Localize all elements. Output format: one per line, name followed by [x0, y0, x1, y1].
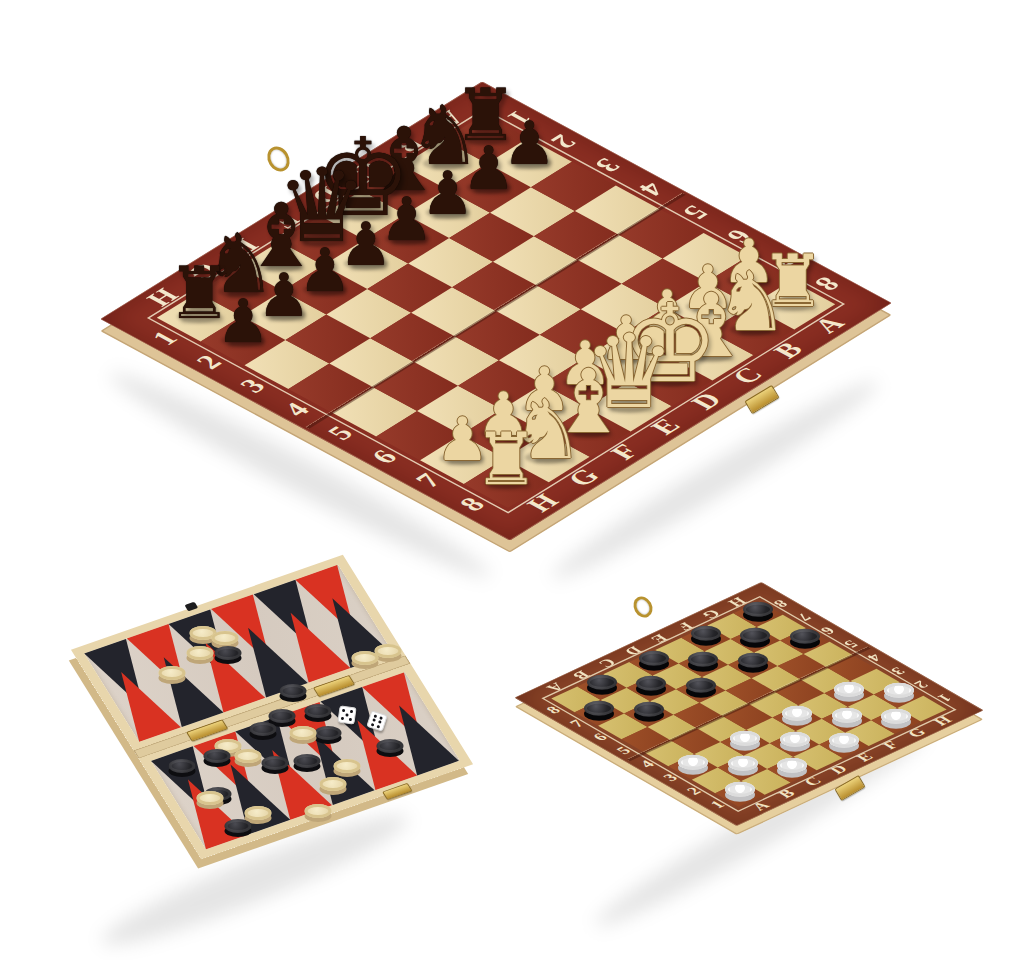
checker-top — [305, 704, 332, 718]
checker-top — [280, 684, 307, 698]
backgammon-checker-black — [305, 704, 332, 723]
checker-top — [294, 754, 321, 768]
checker-top — [738, 653, 768, 668]
die-pip — [341, 717, 344, 720]
backgammon-checker-cream — [235, 749, 262, 768]
checkers-man-white — [829, 733, 859, 754]
checker-top — [159, 666, 186, 680]
die-pip — [373, 714, 377, 718]
die-pip — [342, 709, 345, 712]
checker-top — [377, 739, 404, 753]
checker-top — [743, 602, 773, 617]
backgammon-checker-black — [169, 759, 196, 778]
checker-top — [262, 756, 289, 770]
backgammon-checker-black — [280, 684, 307, 703]
backgammon-checker-black — [215, 646, 242, 665]
backgammon-checker-cream — [290, 726, 317, 745]
checkers-man-white — [881, 709, 911, 730]
checker-top — [730, 730, 760, 745]
checkers-man-white — [777, 757, 807, 778]
checkers-man-black — [686, 678, 716, 699]
backgammon-checker-cream — [352, 651, 379, 670]
die-pip — [350, 710, 353, 713]
checkers-man-white — [730, 730, 760, 751]
die-pip — [349, 718, 352, 721]
checker-top — [250, 722, 277, 736]
checkers-man-black — [584, 701, 614, 722]
checkers-man-white — [728, 756, 758, 777]
checkers-man-black — [790, 629, 820, 650]
checker-top — [639, 651, 669, 666]
checker-top — [691, 626, 721, 641]
checker-top — [212, 631, 239, 645]
die-pip — [345, 713, 348, 716]
checkers-man-black — [587, 675, 617, 696]
product-photo-stage: HH11GG22FF33EE44DD55CC66BB77AA88♜♞♝♛♚♝♞♜… — [0, 0, 1024, 960]
die-pip — [377, 724, 381, 728]
checker-top — [584, 701, 614, 716]
backgammon-checker-black — [204, 749, 231, 768]
die-pip — [371, 722, 375, 726]
checker-top — [375, 644, 402, 658]
checker-top — [320, 777, 347, 791]
checker-top — [235, 749, 262, 763]
checker-top — [315, 726, 342, 740]
checker-top — [187, 646, 214, 660]
checker-top — [780, 732, 810, 747]
checker-top — [352, 651, 379, 665]
die-showing-5 — [337, 705, 356, 724]
checker-top — [634, 702, 664, 717]
checker-top — [782, 706, 812, 721]
checker-top — [225, 819, 252, 833]
backgammon-checker-black — [294, 754, 321, 773]
chess-piece-light-rook: ♜ — [474, 423, 539, 495]
checker-top — [636, 676, 666, 691]
checker-top — [678, 755, 708, 770]
checker-top — [790, 629, 820, 644]
checker-top — [728, 756, 758, 771]
backgammon-checker-cream — [197, 791, 224, 810]
checkers-man-white — [834, 682, 864, 703]
checkers-man-white — [782, 706, 812, 727]
checkers-man-white — [725, 782, 755, 803]
checker-top — [688, 652, 718, 667]
checker-top — [305, 804, 332, 818]
backgammon-checker-black — [377, 739, 404, 758]
checkers-man-white — [832, 707, 862, 728]
checkers-man-black — [691, 626, 721, 647]
checker-top — [777, 757, 807, 772]
backgammon-checker-black — [225, 819, 252, 838]
backgammon-checker-black — [315, 726, 342, 745]
checker-top — [269, 709, 296, 723]
checker-top — [197, 791, 224, 805]
checker-top — [725, 782, 755, 797]
checker-top — [334, 759, 361, 773]
checker-top — [881, 709, 911, 724]
backgammon-checker-black — [250, 722, 277, 741]
checker-top — [245, 806, 272, 820]
checker-top — [587, 675, 617, 690]
checker-top — [215, 646, 242, 660]
checkers-man-black — [636, 676, 666, 697]
checkers-man-white — [884, 683, 914, 704]
die-pip — [380, 716, 384, 720]
backgammon-checker-cream — [375, 644, 402, 663]
checkers-man-black — [743, 602, 773, 623]
backgammon-checker-cream — [334, 759, 361, 778]
backgammon-checker-black — [262, 756, 289, 775]
backgammon-open-box — [71, 555, 473, 859]
die-pip — [378, 720, 382, 724]
checkers-hinge-ring-icon — [630, 593, 656, 621]
backgammon-checker-cream — [305, 804, 332, 823]
checkers-man-black — [639, 651, 669, 672]
checkers-man-white — [678, 755, 708, 776]
chess-piece-dark-pawn: ♟ — [216, 290, 270, 350]
checker-top — [740, 628, 770, 643]
die-pip — [372, 718, 376, 722]
checker-top — [829, 733, 859, 748]
checker-top — [834, 682, 864, 697]
checkers-man-black — [738, 653, 768, 674]
backgammon-checker-cream — [187, 646, 214, 665]
checkers-man-black — [740, 628, 770, 649]
checker-top — [169, 759, 196, 773]
backgammon-clasp-knob-icon — [184, 602, 198, 612]
checker-top — [204, 749, 231, 763]
backgammon-checker-cream — [159, 666, 186, 685]
checker-top — [832, 707, 862, 722]
checkers-man-black — [634, 702, 664, 723]
backgammon-checker-cream — [320, 777, 347, 796]
checker-top — [884, 683, 914, 698]
checkers-man-black — [688, 652, 718, 673]
checker-top — [290, 726, 317, 740]
checkers-man-white — [780, 732, 810, 753]
checker-top — [686, 678, 716, 693]
